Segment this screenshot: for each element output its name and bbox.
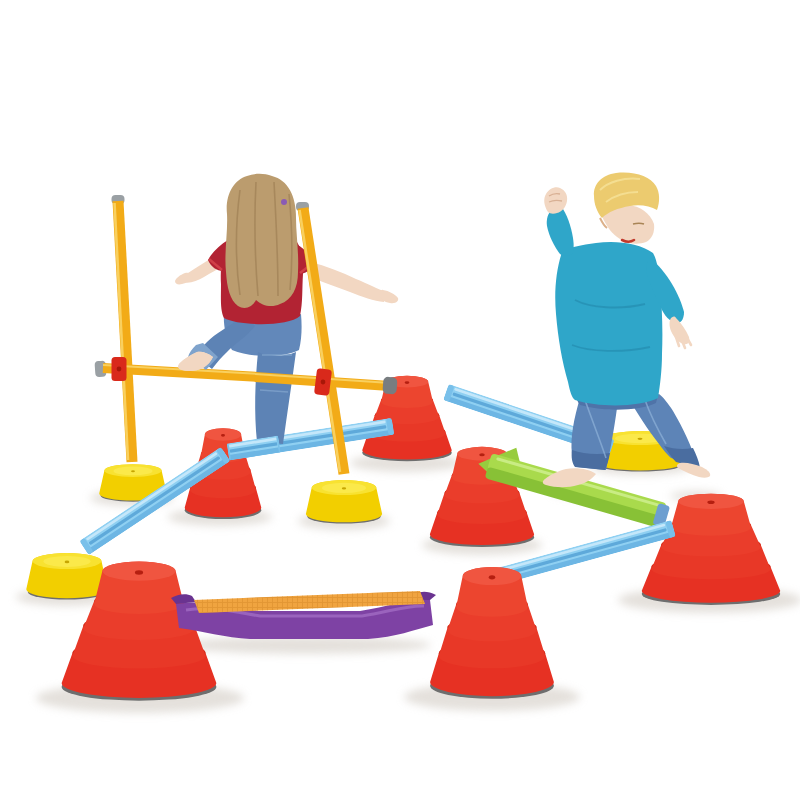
boy-closed-eye: [633, 223, 644, 224]
yellow-pole-base-right: [306, 480, 382, 523]
balance-course-photo: [0, 0, 800, 800]
pole-clip-left: [112, 357, 127, 381]
pole-clip-right: [314, 368, 332, 396]
pole-end-cap: [382, 377, 397, 395]
clip-bolt: [117, 367, 122, 372]
girl-hair-clip: [281, 199, 287, 205]
scene-svg: [0, 0, 800, 800]
yellow-dome-lower-left: [26, 553, 107, 600]
boy-shirt: [555, 242, 662, 406]
